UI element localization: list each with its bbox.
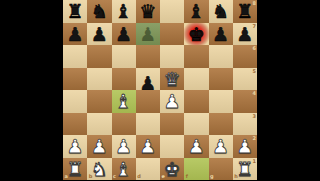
square-c6[interactable] <box>112 45 136 68</box>
square-h5[interactable]: 5 <box>233 68 257 91</box>
square-e2[interactable] <box>160 135 184 158</box>
square-b1[interactable]: b♞ <box>87 158 111 181</box>
piece-white-pawn[interactable]: ♟ <box>209 135 233 158</box>
square-f3[interactable] <box>184 113 208 136</box>
square-d8[interactable]: ♛ <box>136 0 160 23</box>
square-g2[interactable]: ♟ <box>209 135 233 158</box>
square-e4[interactable]: ♟ <box>160 90 184 113</box>
piece-black-queen[interactable]: ♛ <box>136 0 160 23</box>
square-c4[interactable]: ♝ <box>112 90 136 113</box>
piece-black-pawn[interactable]: ♟ <box>209 23 233 46</box>
square-g8[interactable]: ♞ <box>209 0 233 23</box>
piece-black-pawn[interactable]: ♟ <box>233 23 257 46</box>
piece-white-pawn[interactable]: ♟ <box>63 135 87 158</box>
piece-white-pawn[interactable]: ♟ <box>233 135 257 158</box>
coord-file-g: g <box>210 174 214 179</box>
piece-black-pawn[interactable]: ♟ <box>87 23 111 46</box>
square-e3[interactable] <box>160 113 184 136</box>
square-b4[interactable] <box>87 90 111 113</box>
square-d7[interactable]: ♟ <box>136 23 160 46</box>
piece-black-knight[interactable]: ♞ <box>209 0 233 23</box>
square-a4[interactable] <box>63 90 87 113</box>
square-h8[interactable]: 8♜ <box>233 0 257 23</box>
square-g5[interactable] <box>209 68 233 91</box>
piece-white-bishop[interactable]: ♝ <box>112 90 136 113</box>
square-h1[interactable]: 1h♜ <box>233 158 257 181</box>
square-d2[interactable]: ♟ <box>136 135 160 158</box>
coord-rank-3: 3 <box>253 114 256 119</box>
square-a1[interactable]: a♜ <box>63 158 87 181</box>
square-e1[interactable]: e♚ <box>160 158 184 181</box>
square-h6[interactable]: 6 <box>233 45 257 68</box>
square-f4[interactable] <box>184 90 208 113</box>
square-a3[interactable] <box>63 113 87 136</box>
square-f5[interactable] <box>184 68 208 91</box>
ghost-black-pawn: ♟ <box>136 23 160 46</box>
square-g3[interactable] <box>209 113 233 136</box>
piece-black-pawn[interactable]: ♟ <box>63 23 87 46</box>
square-b2[interactable]: ♟ <box>87 135 111 158</box>
square-b3[interactable] <box>87 113 111 136</box>
square-b8[interactable]: ♞ <box>87 0 111 23</box>
square-a5[interactable] <box>63 68 87 91</box>
square-a7[interactable]: ♟ <box>63 23 87 46</box>
square-e6[interactable] <box>160 45 184 68</box>
piece-white-queen[interactable]: ♛ <box>160 68 184 91</box>
square-d1[interactable]: d <box>136 158 160 181</box>
square-h4[interactable]: 4 <box>233 90 257 113</box>
square-c2[interactable]: ♟ <box>112 135 136 158</box>
piece-black-pawn[interactable]: ♟ <box>112 23 136 46</box>
square-c5[interactable] <box>112 68 136 91</box>
coord-rank-4: 4 <box>253 91 256 96</box>
piece-black-rook[interactable]: ♜ <box>63 0 87 23</box>
square-g6[interactable] <box>209 45 233 68</box>
square-g4[interactable] <box>209 90 233 113</box>
square-e5[interactable]: ♛ <box>160 68 184 91</box>
app-window: ♜♞♝♛♝♞8♜♟♟♟♟♚♟7♟6♟♛5♝♟43♟♟♟♟♟♟2♟a♜b♞c♝de… <box>0 0 320 180</box>
square-g1[interactable]: g <box>209 158 233 181</box>
square-h2[interactable]: 2♟ <box>233 135 257 158</box>
chess-board: ♜♞♝♛♝♞8♜♟♟♟♟♚♟7♟6♟♛5♝♟43♟♟♟♟♟♟2♟a♜b♞c♝de… <box>63 0 257 180</box>
square-c3[interactable] <box>112 113 136 136</box>
coord-file-f: f <box>186 174 188 179</box>
square-f2[interactable]: ♟ <box>184 135 208 158</box>
piece-black-knight[interactable]: ♞ <box>87 0 111 23</box>
square-h3[interactable]: 3 <box>233 113 257 136</box>
square-f6[interactable] <box>184 45 208 68</box>
square-f8[interactable]: ♝ <box>184 0 208 23</box>
piece-black-king[interactable]: ♚ <box>184 23 208 46</box>
square-c8[interactable]: ♝ <box>112 0 136 23</box>
piece-white-rook[interactable]: ♜ <box>233 158 257 181</box>
square-b5[interactable] <box>87 68 111 91</box>
piece-black-bishop[interactable]: ♝ <box>184 0 208 23</box>
square-c1[interactable]: c♝ <box>112 158 136 181</box>
piece-white-king[interactable]: ♚ <box>160 158 184 181</box>
square-f7[interactable]: ♚ <box>184 23 208 46</box>
coord-rank-5: 5 <box>253 69 256 74</box>
piece-white-pawn[interactable]: ♟ <box>87 135 111 158</box>
square-a2[interactable]: ♟ <box>63 135 87 158</box>
square-g7[interactable]: ♟ <box>209 23 233 46</box>
square-a6[interactable] <box>63 45 87 68</box>
square-b6[interactable] <box>87 45 111 68</box>
square-e7[interactable] <box>160 23 184 46</box>
piece-white-pawn[interactable]: ♟ <box>136 135 160 158</box>
square-a8[interactable]: ♜ <box>63 0 87 23</box>
square-d6[interactable] <box>136 45 160 68</box>
square-e8[interactable] <box>160 0 184 23</box>
piece-white-bishop[interactable]: ♝ <box>112 158 136 181</box>
square-b7[interactable]: ♟ <box>87 23 111 46</box>
piece-white-pawn[interactable]: ♟ <box>160 90 184 113</box>
square-c7[interactable]: ♟ <box>112 23 136 46</box>
coord-file-d: d <box>137 174 141 179</box>
square-h7[interactable]: 7♟ <box>233 23 257 46</box>
square-f1[interactable]: f <box>184 158 208 181</box>
square-d3[interactable] <box>136 113 160 136</box>
piece-black-bishop[interactable]: ♝ <box>112 0 136 23</box>
piece-white-rook[interactable]: ♜ <box>63 158 87 181</box>
piece-white-pawn[interactable]: ♟ <box>112 135 136 158</box>
square-d5[interactable]: ♟ <box>136 68 160 91</box>
piece-black-rook[interactable]: ♜ <box>233 0 257 23</box>
coord-rank-6: 6 <box>253 46 256 51</box>
square-d4[interactable] <box>136 90 160 113</box>
piece-white-knight[interactable]: ♞ <box>87 158 111 181</box>
piece-white-pawn[interactable]: ♟ <box>184 135 208 158</box>
